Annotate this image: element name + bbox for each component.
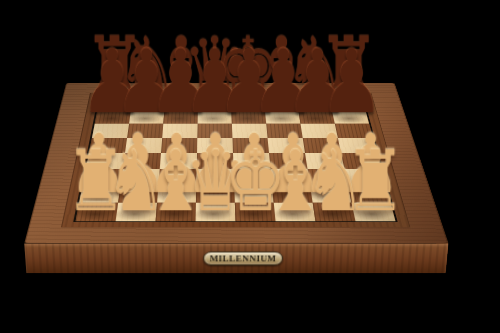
- square-b7: ♟: [129, 110, 164, 124]
- square-c4: [160, 153, 197, 169]
- square-h2: ♟: [348, 185, 391, 202]
- square-e6: [232, 124, 268, 138]
- square-b3: [121, 169, 160, 186]
- square-f4: [269, 153, 307, 169]
- square-a2: ♟: [79, 185, 120, 202]
- square-b8: ♞: [131, 97, 166, 110]
- brand-label: MILLENNIUM: [210, 254, 277, 263]
- square-b1: ♞: [116, 203, 157, 221]
- square-d2: ♟: [196, 185, 235, 202]
- square-h3: [344, 169, 385, 186]
- square-h4: [341, 153, 381, 169]
- square-c7: ♟: [163, 110, 198, 124]
- square-f2: ♟: [272, 185, 313, 202]
- square-d7: ♟: [198, 110, 232, 124]
- square-h1: ♜: [352, 203, 396, 221]
- square-d3: [196, 169, 234, 186]
- square-g4: [305, 153, 344, 169]
- square-g2: ♟: [310, 185, 352, 202]
- square-c3: [158, 169, 196, 186]
- piece-black-pawn: ♟: [217, 41, 282, 122]
- scene: ♜♞♝♛♚♝♞♜♟♟♟♟♟♟♟♟♟♟♟♟♟♟♟♟♜♞♝♛♚♝♞♜ MILLENN…: [0, 0, 500, 333]
- square-h6: [335, 124, 373, 138]
- square-b6: [127, 124, 163, 138]
- brand-badge: MILLENNIUM: [203, 251, 284, 265]
- square-b2: ♟: [118, 185, 158, 202]
- square-c5: [161, 138, 197, 153]
- square-e2: ♟: [234, 185, 274, 202]
- square-g3: [307, 169, 347, 186]
- square-f6: [266, 124, 302, 138]
- square-d4: [197, 153, 234, 169]
- board-front-edge: MILLENNIUM: [24, 243, 448, 273]
- square-g7: ♟: [298, 110, 334, 124]
- square-f5: [268, 138, 305, 153]
- square-e4: [233, 153, 271, 169]
- square-d8: ♛: [198, 97, 231, 110]
- square-c1: ♝: [156, 203, 196, 221]
- square-h5: [338, 138, 377, 153]
- square-e3: [234, 169, 273, 186]
- square-b5: [125, 138, 162, 153]
- square-e8: ♚: [231, 97, 265, 110]
- square-a1: ♜: [76, 203, 119, 221]
- square-g1: ♞: [313, 203, 356, 221]
- piece-black-pawn: ♟: [80, 41, 145, 122]
- piece-black-pawn: ♟: [182, 41, 247, 122]
- square-a3: [83, 169, 123, 186]
- square-e1: ♚: [235, 203, 276, 221]
- square-a5: [89, 138, 127, 153]
- piece-black-pawn: ♟: [114, 41, 179, 122]
- piece-black-pawn: ♟: [285, 41, 350, 122]
- square-d6: [197, 124, 232, 138]
- piece-black-pawn: ♟: [251, 41, 316, 122]
- square-d1: ♛: [196, 203, 236, 221]
- square-g5: [303, 138, 341, 153]
- square-g6: [300, 124, 337, 138]
- square-a6: [92, 124, 129, 138]
- square-f8: ♝: [264, 97, 299, 110]
- square-c8: ♝: [164, 97, 198, 110]
- square-b4: [123, 153, 161, 169]
- square-h8: ♜: [329, 97, 365, 110]
- square-e5: [232, 138, 269, 153]
- square-g8: ♞: [296, 97, 331, 110]
- square-f7: ♟: [265, 110, 301, 124]
- square-c6: [162, 124, 197, 138]
- square-a7: ♟: [95, 110, 131, 124]
- piece-black-pawn: ♟: [148, 41, 213, 122]
- chess-board: ♜♞♝♛♚♝♞♜♟♟♟♟♟♟♟♟♟♟♟♟♟♟♟♟♜♞♝♛♚♝♞♜ MILLENN…: [24, 83, 448, 243]
- square-c2: ♟: [157, 185, 196, 202]
- square-d5: [197, 138, 233, 153]
- square-h7: ♟: [332, 110, 369, 124]
- square-a8: ♜: [97, 97, 132, 110]
- square-a4: [86, 153, 125, 169]
- square-e7: ♟: [231, 110, 266, 124]
- square-f1: ♝: [274, 203, 316, 221]
- square-f3: [271, 169, 310, 186]
- piece-black-pawn: ♟: [319, 41, 384, 122]
